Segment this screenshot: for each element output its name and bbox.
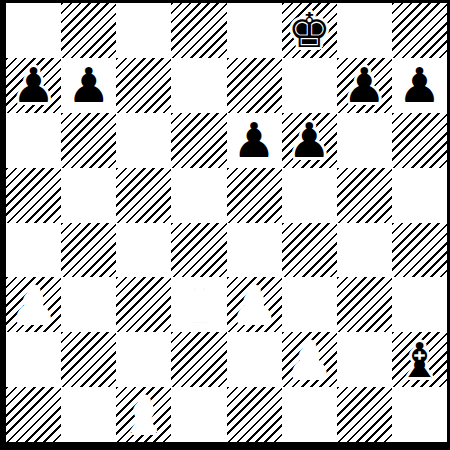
square-h7[interactable]: ♟ (392, 58, 447, 113)
square-b4[interactable] (61, 223, 116, 278)
square-c7[interactable] (116, 58, 171, 113)
square-b1[interactable] (61, 387, 116, 442)
piece-white-pawn: ♟ (12, 281, 55, 329)
square-g4[interactable] (337, 223, 392, 278)
piece-black-pawn: ♟ (12, 61, 55, 109)
square-a5[interactable] (6, 168, 61, 223)
square-a2[interactable] (6, 332, 61, 387)
piece-white-pawn: ♟ (67, 171, 110, 219)
square-h3[interactable] (392, 277, 447, 332)
square-g6[interactable] (337, 113, 392, 168)
square-c1[interactable]: ♝ (116, 387, 171, 442)
square-h8[interactable] (392, 3, 447, 58)
square-c8[interactable] (116, 3, 171, 58)
square-h5[interactable] (392, 168, 447, 223)
square-c4[interactable] (116, 223, 171, 278)
square-a3[interactable]: ♟ (6, 277, 61, 332)
piece-black-pawn: ♟ (343, 61, 386, 109)
piece-black-pawn: ♟ (398, 61, 441, 109)
square-c6[interactable] (116, 113, 171, 168)
square-g3[interactable] (337, 277, 392, 332)
square-c2[interactable] (116, 332, 171, 387)
square-a7[interactable]: ♟ (6, 58, 61, 113)
square-a4[interactable] (6, 223, 61, 278)
square-e6[interactable]: ♟ (227, 113, 282, 168)
square-e3[interactable]: ♟ (227, 277, 282, 332)
square-f4[interactable] (282, 223, 337, 278)
square-b2[interactable] (61, 332, 116, 387)
square-f3[interactable] (282, 277, 337, 332)
square-b3[interactable] (61, 277, 116, 332)
square-h4[interactable] (392, 223, 447, 278)
square-e1[interactable] (227, 387, 282, 442)
piece-white-pawn: ♟ (288, 336, 331, 384)
piece-white-bishop: ♝ (122, 391, 165, 439)
square-b5[interactable]: ♟ (61, 168, 116, 223)
square-b6[interactable] (61, 113, 116, 168)
square-d5[interactable] (171, 168, 226, 223)
square-f8[interactable]: ♚ (282, 3, 337, 58)
piece-black-pawn: ♟ (288, 116, 331, 164)
piece-white-king: ♚ (177, 281, 220, 329)
square-d3[interactable]: ♚ (171, 277, 226, 332)
piece-black-king: ♚ (288, 6, 331, 54)
square-e7[interactable] (227, 58, 282, 113)
piece-white-pawn: ♟ (343, 336, 386, 384)
square-g8[interactable] (337, 3, 392, 58)
square-h2[interactable]: ♝ (392, 332, 447, 387)
square-g1[interactable] (337, 387, 392, 442)
square-g5[interactable] (337, 168, 392, 223)
square-f2[interactable]: ♟ (282, 332, 337, 387)
square-a1[interactable] (6, 387, 61, 442)
square-d4[interactable] (171, 223, 226, 278)
piece-black-bishop: ♝ (398, 336, 441, 384)
square-a6[interactable] (6, 113, 61, 168)
square-e5[interactable] (227, 168, 282, 223)
square-d2[interactable] (171, 332, 226, 387)
square-f5[interactable] (282, 168, 337, 223)
square-g2[interactable]: ♟ (337, 332, 392, 387)
square-f6[interactable]: ♟ (282, 113, 337, 168)
square-d8[interactable] (171, 3, 226, 58)
square-h1[interactable] (392, 387, 447, 442)
square-c5[interactable] (116, 168, 171, 223)
square-c3[interactable] (116, 277, 171, 332)
square-f1[interactable] (282, 387, 337, 442)
square-h6[interactable] (392, 113, 447, 168)
square-d7[interactable] (171, 58, 226, 113)
square-a8[interactable] (6, 3, 61, 58)
square-d6[interactable] (171, 113, 226, 168)
square-e8[interactable] (227, 3, 282, 58)
piece-black-pawn: ♟ (233, 116, 276, 164)
square-f7[interactable] (282, 58, 337, 113)
piece-white-pawn: ♟ (233, 281, 276, 329)
square-e4[interactable] (227, 223, 282, 278)
chess-board: ♚♟♟♟♟♟♟♟♟♚♟♟♟♝♝ (0, 0, 450, 450)
square-e2[interactable] (227, 332, 282, 387)
square-g7[interactable]: ♟ (337, 58, 392, 113)
square-d1[interactable] (171, 387, 226, 442)
piece-black-pawn: ♟ (67, 61, 110, 109)
square-b7[interactable]: ♟ (61, 58, 116, 113)
square-b8[interactable] (61, 3, 116, 58)
